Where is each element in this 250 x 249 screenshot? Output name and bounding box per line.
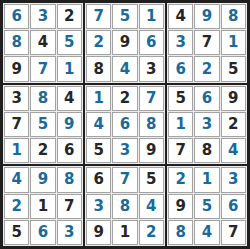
cell-r8c4[interactable]: 3 (86, 194, 111, 219)
cell-r3c9[interactable]: 5 (221, 56, 246, 81)
cell-r7c8[interactable]: 1 (194, 167, 219, 192)
cell-r5c4[interactable]: 4 (86, 112, 111, 137)
cell-r5c2[interactable]: 5 (30, 112, 55, 137)
cell-r9c3[interactable]: 3 (57, 220, 82, 245)
cell-r9c9[interactable]: 7 (221, 220, 246, 245)
cell-r9c7[interactable]: 8 (168, 220, 193, 245)
cell-r3c8[interactable]: 2 (194, 56, 219, 81)
cell-r5c8[interactable]: 3 (194, 112, 219, 137)
cell-r9c1[interactable]: 5 (4, 220, 29, 245)
cell-r4c7[interactable]: 5 (168, 86, 193, 111)
cell-r6c7[interactable]: 7 (168, 138, 193, 163)
cell-r2c4[interactable]: 2 (86, 30, 111, 55)
cell-r4c6[interactable]: 7 (139, 86, 164, 111)
cell-r4c4[interactable]: 1 (86, 86, 111, 111)
cell-r5c1[interactable]: 7 (4, 112, 29, 137)
cell-r3c5[interactable]: 4 (112, 56, 137, 81)
cell-r1c4[interactable]: 7 (86, 4, 111, 29)
cell-r6c4[interactable]: 5 (86, 138, 111, 163)
cell-r3c7[interactable]: 6 (168, 56, 193, 81)
cell-r1c1[interactable]: 6 (4, 4, 29, 29)
sudoku-block-7: 498217563 (3, 166, 83, 246)
cell-r6c5[interactable]: 3 (112, 138, 137, 163)
cell-r2c6[interactable]: 6 (139, 30, 164, 55)
cell-r4c5[interactable]: 2 (112, 86, 137, 111)
cell-r9c6[interactable]: 2 (139, 220, 164, 245)
cell-r7c1[interactable]: 4 (4, 167, 29, 192)
cell-r1c5[interactable]: 5 (112, 4, 137, 29)
cell-r9c5[interactable]: 1 (112, 220, 137, 245)
sudoku-board: 6328459717512968434983716253847591261274… (0, 0, 250, 249)
cell-r7c6[interactable]: 5 (139, 167, 164, 192)
cell-r2c5[interactable]: 9 (112, 30, 137, 55)
cell-r6c3[interactable]: 6 (57, 138, 82, 163)
cell-r6c9[interactable]: 4 (221, 138, 246, 163)
cell-r6c8[interactable]: 8 (194, 138, 219, 163)
cell-r6c2[interactable]: 2 (30, 138, 55, 163)
cell-r1c8[interactable]: 9 (194, 4, 219, 29)
cell-r4c8[interactable]: 6 (194, 86, 219, 111)
cell-r1c9[interactable]: 8 (221, 4, 246, 29)
cell-r2c7[interactable]: 3 (168, 30, 193, 55)
cell-r8c9[interactable]: 6 (221, 194, 246, 219)
cell-r5c6[interactable]: 8 (139, 112, 164, 137)
cell-r8c7[interactable]: 9 (168, 194, 193, 219)
cell-r3c2[interactable]: 7 (30, 56, 55, 81)
sudoku-block-8: 675384912 (85, 166, 165, 246)
sudoku-block-2: 751296843 (85, 3, 165, 83)
cell-r2c2[interactable]: 4 (30, 30, 55, 55)
sudoku-block-9: 213956847 (167, 166, 247, 246)
cell-r2c3[interactable]: 5 (57, 30, 82, 55)
cell-r4c1[interactable]: 3 (4, 86, 29, 111)
cell-r5c5[interactable]: 6 (112, 112, 137, 137)
cell-r1c7[interactable]: 4 (168, 4, 193, 29)
sudoku-block-3: 498371625 (167, 3, 247, 83)
cell-r9c2[interactable]: 6 (30, 220, 55, 245)
cell-r4c2[interactable]: 8 (30, 86, 55, 111)
cell-r6c6[interactable]: 9 (139, 138, 164, 163)
cell-r5c9[interactable]: 2 (221, 112, 246, 137)
cell-r8c1[interactable]: 2 (4, 194, 29, 219)
cell-r7c5[interactable]: 7 (112, 167, 137, 192)
cell-r5c7[interactable]: 1 (168, 112, 193, 137)
cell-r2c1[interactable]: 8 (4, 30, 29, 55)
cell-r1c2[interactable]: 3 (30, 4, 55, 29)
cell-r7c9[interactable]: 3 (221, 167, 246, 192)
cell-r6c1[interactable]: 1 (4, 138, 29, 163)
cell-r7c4[interactable]: 6 (86, 167, 111, 192)
cell-r4c9[interactable]: 9 (221, 86, 246, 111)
cell-r2c9[interactable]: 1 (221, 30, 246, 55)
sudoku-block-6: 569132784 (167, 85, 247, 165)
cell-r5c3[interactable]: 9 (57, 112, 82, 137)
cell-r7c7[interactable]: 2 (168, 167, 193, 192)
cell-r3c4[interactable]: 8 (86, 56, 111, 81)
sudoku-block-4: 384759126 (3, 85, 83, 165)
cell-r8c2[interactable]: 1 (30, 194, 55, 219)
cell-r7c3[interactable]: 8 (57, 167, 82, 192)
sudoku-block-1: 632845971 (3, 3, 83, 83)
sudoku-block-5: 127468539 (85, 85, 165, 165)
cell-r9c4[interactable]: 9 (86, 220, 111, 245)
cell-r1c6[interactable]: 1 (139, 4, 164, 29)
cell-r8c5[interactable]: 8 (112, 194, 137, 219)
cell-r9c8[interactable]: 4 (194, 220, 219, 245)
cell-r2c8[interactable]: 7 (194, 30, 219, 55)
cell-r8c6[interactable]: 4 (139, 194, 164, 219)
cell-r8c3[interactable]: 7 (57, 194, 82, 219)
cell-r3c6[interactable]: 3 (139, 56, 164, 81)
cell-r3c1[interactable]: 9 (4, 56, 29, 81)
cell-r1c3[interactable]: 2 (57, 4, 82, 29)
cell-r3c3[interactable]: 1 (57, 56, 82, 81)
cell-r4c3[interactable]: 4 (57, 86, 82, 111)
cell-r7c2[interactable]: 9 (30, 167, 55, 192)
cell-r8c8[interactable]: 5 (194, 194, 219, 219)
